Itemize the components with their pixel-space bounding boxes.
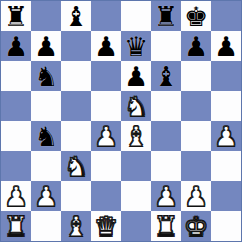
square-h4[interactable]: ♟ xyxy=(211,121,241,151)
square-c8[interactable]: ♝ xyxy=(61,1,91,31)
square-f5[interactable] xyxy=(151,91,181,121)
square-h6[interactable] xyxy=(211,61,241,91)
square-a7[interactable]: ♟ xyxy=(1,31,31,61)
white-knight-piece[interactable]: ♞ xyxy=(124,93,148,120)
black-knight-piece[interactable]: ♞ xyxy=(34,123,58,150)
square-b7[interactable]: ♟ xyxy=(31,31,61,61)
square-h3[interactable] xyxy=(211,151,241,181)
square-f2[interactable]: ♟ xyxy=(151,181,181,211)
black-queen-piece[interactable]: ♛ xyxy=(124,33,148,60)
square-f3[interactable] xyxy=(151,151,181,181)
chess-board: ♜♝♜♚♟♟♟♛♟♟♞♟♝♞♞♟♝♟♞♟♟♟♟♜♝♛♜♚ xyxy=(0,0,242,242)
square-e3[interactable] xyxy=(121,151,151,181)
square-d5[interactable] xyxy=(91,91,121,121)
square-h2[interactable] xyxy=(211,181,241,211)
square-c3[interactable]: ♞ xyxy=(61,151,91,181)
square-a4[interactable] xyxy=(1,121,31,151)
square-e5[interactable]: ♞ xyxy=(121,91,151,121)
square-b1[interactable] xyxy=(31,211,61,241)
square-b8[interactable] xyxy=(31,1,61,31)
square-e8[interactable] xyxy=(121,1,151,31)
square-c7[interactable] xyxy=(61,31,91,61)
square-e2[interactable] xyxy=(121,181,151,211)
square-h7[interactable]: ♟ xyxy=(211,31,241,61)
square-a2[interactable]: ♟ xyxy=(1,181,31,211)
black-knight-piece[interactable]: ♞ xyxy=(34,63,58,90)
square-g2[interactable]: ♟ xyxy=(181,181,211,211)
square-g1[interactable]: ♚ xyxy=(181,211,211,241)
square-g7[interactable]: ♟ xyxy=(181,31,211,61)
black-pawn-piece[interactable]: ♟ xyxy=(184,33,208,60)
square-b5[interactable] xyxy=(31,91,61,121)
black-king-piece[interactable]: ♚ xyxy=(184,3,208,30)
white-bishop-piece[interactable]: ♝ xyxy=(124,123,148,150)
square-a5[interactable] xyxy=(1,91,31,121)
square-d6[interactable] xyxy=(91,61,121,91)
square-e4[interactable]: ♝ xyxy=(121,121,151,151)
black-pawn-piece[interactable]: ♟ xyxy=(4,33,28,60)
square-b3[interactable] xyxy=(31,151,61,181)
white-pawn-piece[interactable]: ♟ xyxy=(154,183,178,210)
white-pawn-piece[interactable]: ♟ xyxy=(34,183,58,210)
square-g3[interactable] xyxy=(181,151,211,181)
black-rook-piece[interactable]: ♜ xyxy=(4,3,28,30)
square-c4[interactable] xyxy=(61,121,91,151)
square-f1[interactable]: ♜ xyxy=(151,211,181,241)
square-g5[interactable] xyxy=(181,91,211,121)
black-pawn-piece[interactable]: ♟ xyxy=(214,33,238,60)
white-king-piece[interactable]: ♚ xyxy=(184,213,208,240)
square-a8[interactable]: ♜ xyxy=(1,1,31,31)
square-d3[interactable] xyxy=(91,151,121,181)
square-h1[interactable] xyxy=(211,211,241,241)
square-f6[interactable]: ♝ xyxy=(151,61,181,91)
square-f7[interactable] xyxy=(151,31,181,61)
square-g6[interactable] xyxy=(181,61,211,91)
square-g4[interactable] xyxy=(181,121,211,151)
square-c6[interactable] xyxy=(61,61,91,91)
square-e7[interactable]: ♛ xyxy=(121,31,151,61)
square-f4[interactable] xyxy=(151,121,181,151)
square-c2[interactable] xyxy=(61,181,91,211)
white-rook-piece[interactable]: ♜ xyxy=(4,213,28,240)
white-queen-piece[interactable]: ♛ xyxy=(94,213,118,240)
square-d1[interactable]: ♛ xyxy=(91,211,121,241)
square-e1[interactable] xyxy=(121,211,151,241)
square-h5[interactable] xyxy=(211,91,241,121)
white-pawn-piece[interactable]: ♟ xyxy=(184,183,208,210)
white-pawn-piece[interactable]: ♟ xyxy=(94,123,118,150)
white-pawn-piece[interactable]: ♟ xyxy=(214,123,238,150)
black-rook-piece[interactable]: ♜ xyxy=(154,3,178,30)
square-e6[interactable]: ♟ xyxy=(121,61,151,91)
square-a1[interactable]: ♜ xyxy=(1,211,31,241)
square-d7[interactable]: ♟ xyxy=(91,31,121,61)
square-f8[interactable]: ♜ xyxy=(151,1,181,31)
white-bishop-piece[interactable]: ♝ xyxy=(64,213,88,240)
square-b4[interactable]: ♞ xyxy=(31,121,61,151)
square-d2[interactable] xyxy=(91,181,121,211)
square-g8[interactable]: ♚ xyxy=(181,1,211,31)
square-h8[interactable] xyxy=(211,1,241,31)
white-pawn-piece[interactable]: ♟ xyxy=(4,183,28,210)
square-d4[interactable]: ♟ xyxy=(91,121,121,151)
square-b6[interactable]: ♞ xyxy=(31,61,61,91)
square-a6[interactable] xyxy=(1,61,31,91)
black-bishop-piece[interactable]: ♝ xyxy=(154,63,178,90)
square-b2[interactable]: ♟ xyxy=(31,181,61,211)
square-c1[interactable]: ♝ xyxy=(61,211,91,241)
black-bishop-piece[interactable]: ♝ xyxy=(64,3,88,30)
square-c5[interactable] xyxy=(61,91,91,121)
black-pawn-piece[interactable]: ♟ xyxy=(94,33,118,60)
square-d8[interactable] xyxy=(91,1,121,31)
black-pawn-piece[interactable]: ♟ xyxy=(34,33,58,60)
square-a3[interactable] xyxy=(1,151,31,181)
white-knight-piece[interactable]: ♞ xyxy=(64,153,88,180)
white-rook-piece[interactable]: ♜ xyxy=(154,213,178,240)
black-pawn-piece[interactable]: ♟ xyxy=(124,63,148,90)
